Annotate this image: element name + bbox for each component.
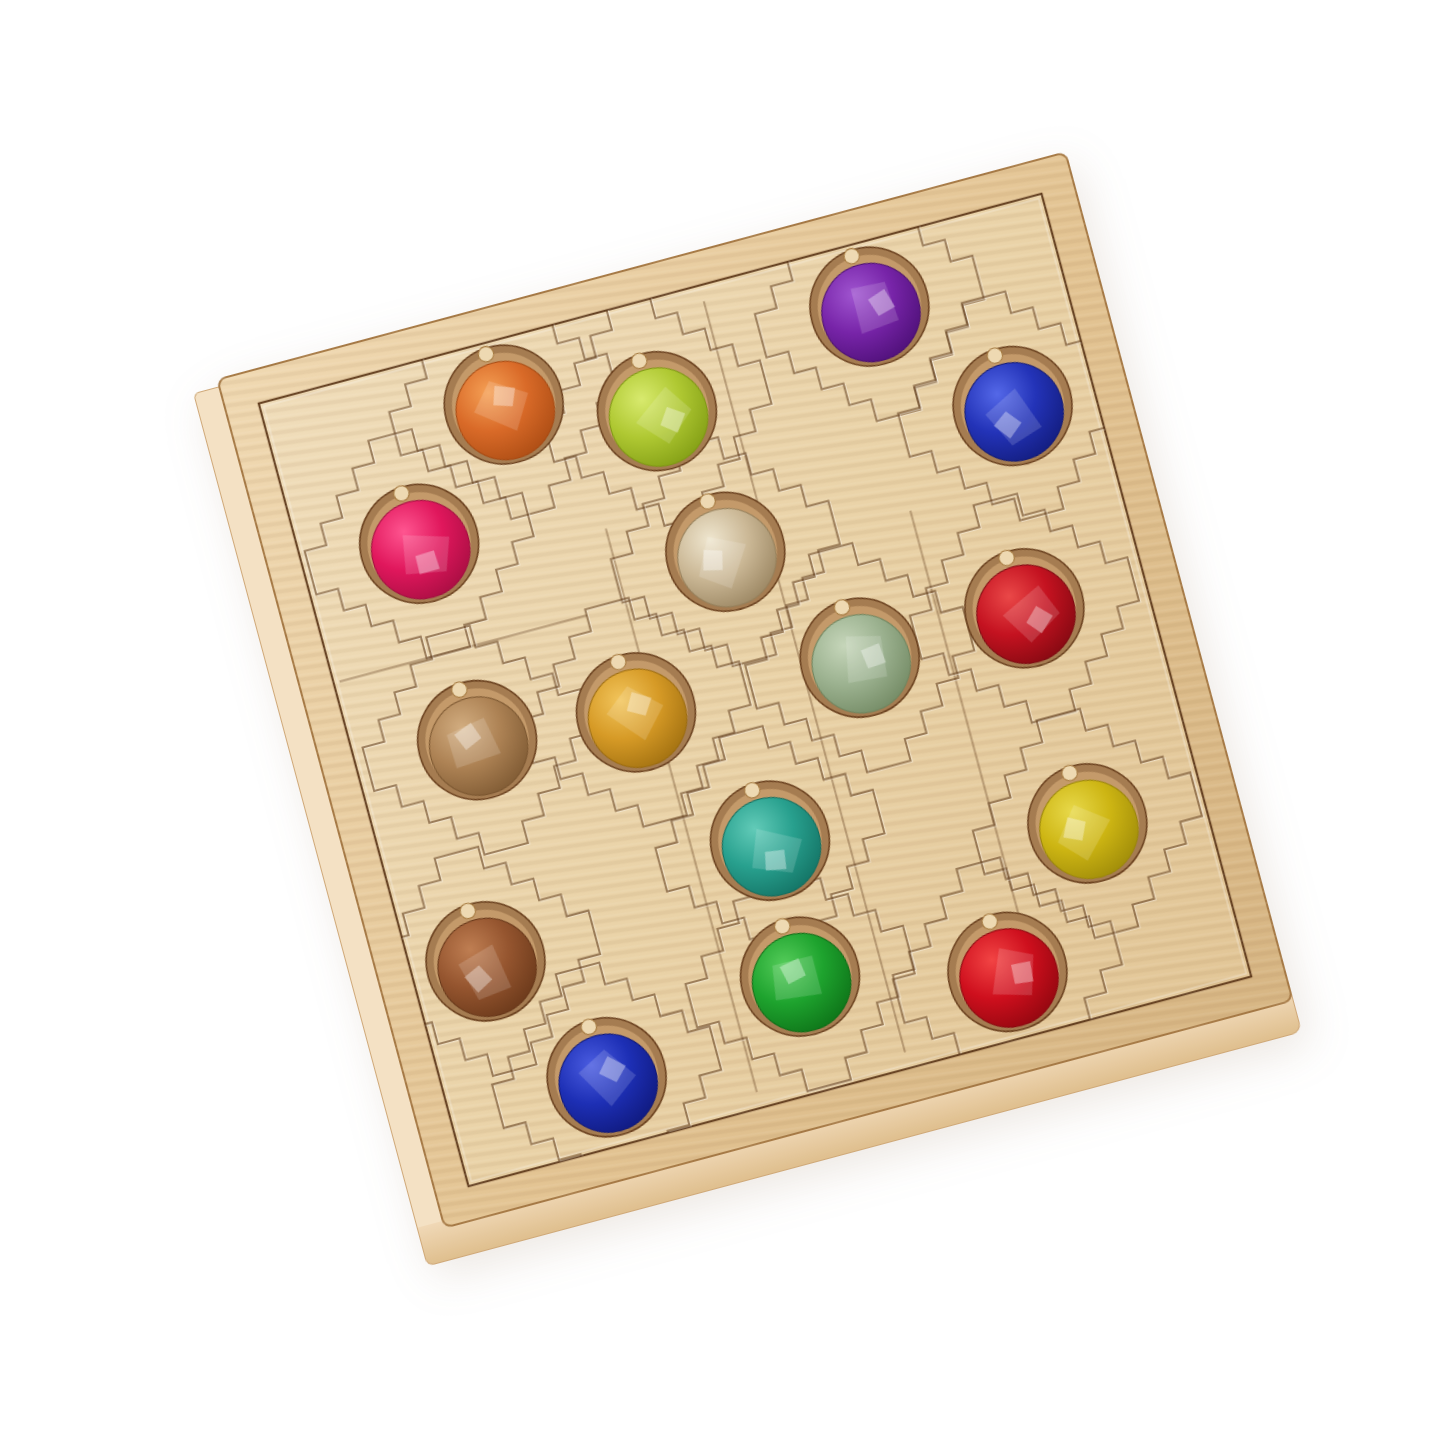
wooden-gem-board — [216, 151, 1294, 1229]
product-photo-scene — [0, 0, 1445, 1445]
